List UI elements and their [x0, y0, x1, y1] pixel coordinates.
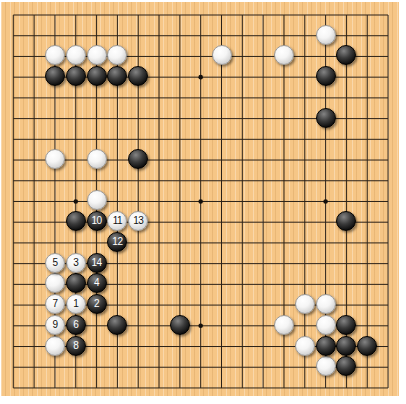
stone-white [316, 356, 336, 376]
move-number-label: 6 [73, 320, 78, 330]
stone-black-move-10: 10 [87, 211, 107, 231]
stone-black [170, 315, 190, 335]
star-point [73, 199, 78, 204]
stone-white-move-5: 5 [45, 253, 65, 273]
stone-white [87, 45, 107, 65]
stone-black [66, 273, 86, 293]
stone-black-move-2: 2 [87, 294, 107, 314]
stone-white-move-1: 1 [66, 294, 86, 314]
move-number-label: 2 [94, 299, 99, 309]
move-number-label: 11 [113, 216, 122, 226]
move-number-label: 13 [133, 216, 143, 226]
star-point [198, 199, 203, 204]
stone-white [316, 25, 336, 45]
stone-black [316, 108, 336, 128]
star-point [198, 75, 203, 80]
stone-white [295, 336, 315, 356]
stone-white [87, 149, 107, 169]
stone-white-move-9: 9 [45, 315, 65, 335]
stone-black [66, 211, 86, 231]
stone-black-move-6: 6 [66, 315, 86, 335]
move-number-label: 1 [73, 299, 78, 309]
go-board[interactable]: 1234567891011121314 [1, 2, 399, 396]
stone-black [66, 66, 86, 86]
stone-black [87, 66, 107, 86]
stone-black [316, 336, 336, 356]
stone-white [295, 294, 315, 314]
move-number-label: 7 [52, 299, 57, 309]
stone-white [45, 149, 65, 169]
move-number-label: 10 [92, 216, 102, 226]
stone-white [316, 315, 336, 335]
go-diagram-page: 1234567891011121314 [0, 0, 406, 404]
stone-black-move-4: 4 [87, 273, 107, 293]
stone-white [316, 294, 336, 314]
stone-white [212, 45, 232, 65]
stone-white-move-7: 7 [45, 294, 65, 314]
stone-black-move-8: 8 [66, 336, 86, 356]
stone-white [45, 336, 65, 356]
stone-white [274, 315, 294, 335]
move-number-label: 3 [73, 258, 78, 268]
stone-black [336, 336, 356, 356]
move-number-label: 4 [94, 278, 99, 288]
stone-black [357, 336, 377, 356]
move-number-label: 5 [52, 258, 57, 268]
move-number-label: 12 [112, 237, 122, 247]
stone-black [45, 66, 65, 86]
stone-white [87, 190, 107, 210]
stone-white-move-3: 3 [66, 253, 86, 273]
star-point [198, 324, 203, 329]
stone-black-move-14: 14 [87, 253, 107, 273]
stone-black [316, 66, 336, 86]
move-number-label: 8 [73, 341, 78, 351]
star-point [323, 199, 328, 204]
move-number-label: 9 [52, 320, 57, 330]
move-number-label: 14 [92, 258, 102, 268]
